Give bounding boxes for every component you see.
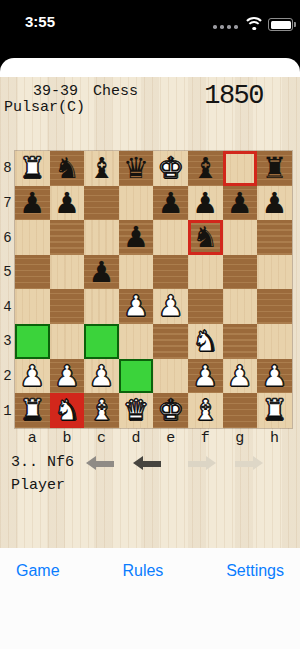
square-g4[interactable] [223,289,258,324]
square-f2[interactable]: ♟ [188,359,223,394]
square-c6[interactable] [84,220,119,255]
piece-a1: ♜ [15,393,50,428]
file-label-a: a [15,430,50,447]
square-f1[interactable]: ♝ [188,393,223,428]
square-b6[interactable] [50,220,85,255]
rules-button[interactable]: Rules [122,562,163,580]
piece-f8: ♝ [188,151,223,186]
square-c1[interactable]: ♝ [84,393,119,428]
square-h2[interactable]: ♟ [257,359,292,394]
square-a2[interactable]: ♟ [15,359,50,394]
file-label-b: b [50,430,85,447]
square-a6[interactable] [15,220,50,255]
piece-c5: ♟ [84,255,119,290]
piece-h1: ♜ [257,393,292,428]
square-c5[interactable]: ♟ [84,255,119,290]
file-labels: abcdefgh [15,430,292,447]
piece-b2: ♟ [50,359,85,394]
file-label-g: g [223,430,258,447]
square-e6[interactable] [153,220,188,255]
square-e2[interactable] [153,359,188,394]
square-d7[interactable] [119,186,154,221]
file-label-f: f [188,430,223,447]
cellular-signal-icon [213,25,238,29]
piece-f7: ♟ [188,186,223,221]
rank-label-7: 7 [0,186,15,221]
piece-e8: ♚ [153,151,188,186]
square-b7[interactable]: ♟ [50,186,85,221]
square-c7[interactable] [84,186,119,221]
square-b3[interactable] [50,324,85,359]
square-d8[interactable]: ♛ [119,151,154,186]
square-b4[interactable] [50,289,85,324]
piece-f1: ♝ [188,393,223,428]
square-e1[interactable]: ♚ [153,393,188,428]
square-c4[interactable] [84,289,119,324]
status-bar: 3:55 [0,0,300,58]
rank-label-8: 8 [0,151,15,186]
square-h1[interactable]: ♜ [257,393,292,428]
move-navigation [86,456,263,471]
piece-f6: ♞ [188,220,223,255]
variant-title: Chess [93,83,138,100]
square-e5[interactable] [153,255,188,290]
piece-b1: ♞ [50,393,85,428]
settings-button[interactable]: Settings [226,562,284,580]
back-arrow-2-icon[interactable] [133,456,169,471]
square-d6[interactable]: ♟ [119,220,154,255]
piece-b7: ♟ [50,186,85,221]
square-d2[interactable] [119,359,154,394]
square-h3[interactable] [257,324,292,359]
piece-d4: ♟ [119,289,154,324]
rank-label-4: 4 [0,290,15,325]
material-score: 39-39 [33,83,78,100]
battery-icon [268,18,293,31]
square-h8[interactable]: ♜ [257,151,292,186]
player-turn-label: Player [11,477,65,494]
phone-screen: 3:55 39-39 Chess Pulsar(C) 1850 87654321… [0,0,300,649]
square-g3[interactable] [223,324,258,359]
last-move-text: 3.. Nf6 [11,454,74,471]
piece-h7: ♟ [257,186,292,221]
square-a8[interactable]: ♜ [15,151,50,186]
square-d3[interactable] [119,324,154,359]
game-button[interactable]: Game [16,562,60,580]
square-g6[interactable] [223,220,258,255]
piece-d1: ♛ [119,393,154,428]
square-g1[interactable] [223,393,258,428]
square-b1[interactable]: ♞ [50,393,85,428]
rank-label-1: 1 [0,393,15,428]
square-h4[interactable] [257,289,292,324]
square-a5[interactable] [15,255,50,290]
file-label-e: e [153,430,188,447]
square-a7[interactable]: ♟ [15,186,50,221]
clock-time: 3:55 [25,13,55,30]
square-d1[interactable]: ♛ [119,393,154,428]
rank-label-6: 6 [0,220,15,255]
square-a3[interactable] [15,324,50,359]
square-g2[interactable]: ♟ [223,359,258,394]
file-label-d: d [119,430,154,447]
piece-d8: ♛ [119,151,154,186]
square-d4[interactable]: ♟ [119,289,154,324]
engine-name: Pulsar(C) [4,99,85,116]
forward-arrow-1-icon[interactable] [180,456,216,471]
square-b5[interactable] [50,255,85,290]
square-d5[interactable] [119,255,154,290]
piece-d6: ♟ [119,220,154,255]
square-c2[interactable]: ♟ [84,359,119,394]
piece-a7: ♟ [15,186,50,221]
square-e3[interactable] [153,324,188,359]
piece-g2: ♟ [223,359,258,394]
piece-f2: ♟ [188,359,223,394]
square-b8[interactable]: ♞ [50,151,85,186]
app-panel: 39-39 Chess Pulsar(C) 1850 87654321 ♜♞♝♛… [0,58,300,649]
forward-arrow-2-icon[interactable] [227,456,263,471]
chess-board: ♜♞♝♛♚♝♜♟♟♟♟♟♟♟♞♟♟♟♞♟♟♟♟♟♟♜♞♝♛♚♝♜ [15,151,292,428]
square-g7[interactable]: ♟ [223,186,258,221]
square-g8[interactable] [223,151,258,186]
piece-c8: ♝ [84,151,119,186]
square-f7[interactable]: ♟ [188,186,223,221]
piece-h2: ♟ [257,359,292,394]
back-arrow-1-icon[interactable] [86,456,122,471]
piece-c2: ♟ [84,359,119,394]
square-e4[interactable]: ♟ [153,289,188,324]
rank-label-3: 3 [0,324,15,359]
square-h5[interactable] [257,255,292,290]
square-g5[interactable] [223,255,258,290]
square-f5[interactable] [188,255,223,290]
square-c8[interactable]: ♝ [84,151,119,186]
square-f8[interactable]: ♝ [188,151,223,186]
square-a1[interactable]: ♜ [15,393,50,428]
file-label-c: c [84,430,119,447]
engine-rating: 1850 [204,81,263,111]
wifi-icon [245,17,263,31]
piece-b8: ♞ [50,151,85,186]
square-e7[interactable]: ♟ [153,186,188,221]
bottom-toolbar: Game Rules Settings [0,548,300,649]
square-f6[interactable]: ♞ [188,220,223,255]
piece-f3: ♞ [188,324,223,359]
rank-labels: 87654321 [0,151,15,428]
piece-h8: ♜ [257,151,292,186]
piece-c1: ♝ [84,393,119,428]
piece-e4: ♟ [153,289,188,324]
piece-a2: ♟ [15,359,50,394]
square-f4[interactable] [188,289,223,324]
piece-g7: ♟ [223,186,258,221]
square-c3[interactable] [84,324,119,359]
rank-label-5: 5 [0,255,15,290]
square-e8[interactable]: ♚ [153,151,188,186]
square-b2[interactable]: ♟ [50,359,85,394]
square-a4[interactable] [15,289,50,324]
piece-e7: ♟ [153,186,188,221]
piece-a8: ♜ [15,151,50,186]
square-h6[interactable] [257,220,292,255]
square-h7[interactable]: ♟ [257,186,292,221]
square-f3[interactable]: ♞ [188,324,223,359]
piece-e1: ♚ [153,393,188,428]
rank-label-2: 2 [0,359,15,394]
file-label-h: h [257,430,292,447]
